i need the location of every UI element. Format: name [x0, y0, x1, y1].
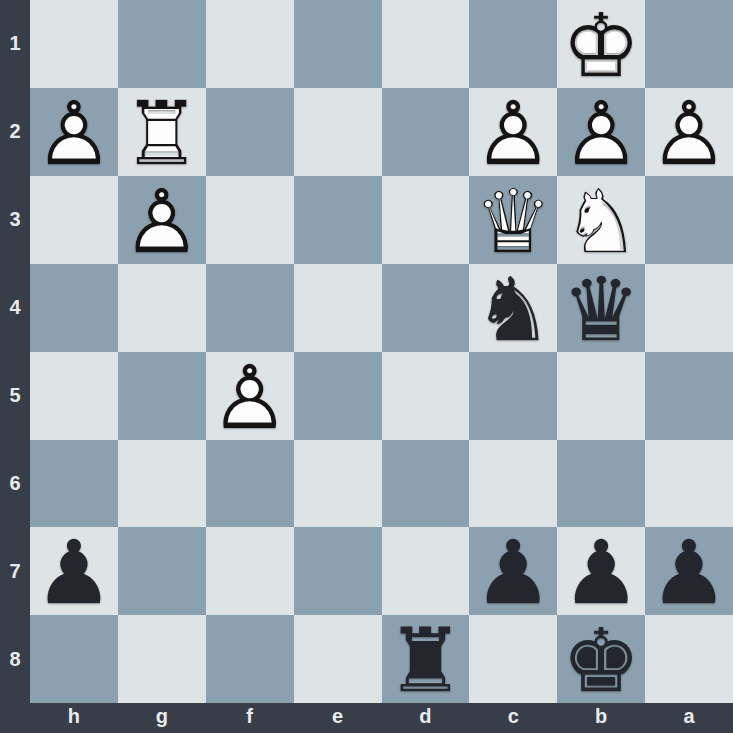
square-h8[interactable]: [30, 615, 118, 703]
square-f6[interactable]: [206, 440, 294, 527]
square-e3[interactable]: [294, 176, 382, 264]
square-d5[interactable]: [382, 352, 470, 440]
square-g6[interactable]: [118, 440, 206, 527]
rank-label-2: 2: [0, 88, 30, 176]
piece-black-pawn-c7[interactable]: ♟: [469, 529, 557, 617]
square-f8[interactable]: [206, 615, 294, 703]
square-d3[interactable]: [382, 176, 470, 264]
rank-label-6: 6: [0, 439, 30, 527]
square-c6[interactable]: [469, 440, 557, 527]
rank-label-3: 3: [0, 176, 30, 264]
piece-white-pawn-h2[interactable]: ♟♙: [30, 90, 118, 178]
piece-black-pawn-a7[interactable]: ♟: [645, 529, 733, 617]
square-g5[interactable]: [118, 352, 206, 440]
square-c3[interactable]: ♛♕: [469, 176, 557, 264]
rook-glyph-fill: ♜: [386, 617, 465, 705]
chess-board-diagram: 12345678 ♚♔♟♙♜♖♟♙♟♙♟♙♟♙♛♕♞♘♞♛♟♙♟♟♟♟♜♚ hg…: [0, 0, 733, 733]
square-a4[interactable]: [645, 264, 733, 352]
square-f1[interactable]: [206, 0, 294, 88]
piece-white-queen-c3[interactable]: ♛♕: [469, 178, 557, 266]
king-glyph-outline: ♔: [562, 2, 641, 90]
pawn-glyph-outline: ♙: [562, 90, 641, 178]
square-c2[interactable]: ♟♙: [469, 88, 557, 176]
square-e1[interactable]: [294, 0, 382, 88]
piece-black-rook-d8[interactable]: ♜: [382, 617, 470, 705]
chess-board[interactable]: ♚♔♟♙♜♖♟♙♟♙♟♙♟♙♛♕♞♘♞♛♟♙♟♟♟♟♜♚: [30, 0, 733, 703]
square-h1[interactable]: [30, 0, 118, 88]
square-h5[interactable]: [30, 352, 118, 440]
pawn-glyph-outline: ♙: [34, 90, 113, 178]
piece-white-pawn-b2[interactable]: ♟♙: [557, 90, 645, 178]
piece-black-pawn-b7[interactable]: ♟: [557, 529, 645, 617]
file-labels: hgfedcba: [30, 703, 733, 733]
square-b4[interactable]: ♛: [557, 264, 645, 352]
square-b7[interactable]: ♟: [557, 527, 645, 615]
piece-black-pawn-h7[interactable]: ♟: [30, 529, 118, 617]
piece-white-rook-g2[interactable]: ♜♖: [118, 90, 206, 178]
knight-glyph-fill: ♞: [474, 266, 553, 354]
square-h2[interactable]: ♟♙: [30, 88, 118, 176]
piece-white-pawn-a2[interactable]: ♟♙: [645, 90, 733, 178]
square-f3[interactable]: [206, 176, 294, 264]
square-b1[interactable]: ♚♔: [557, 0, 645, 88]
square-e8[interactable]: [294, 615, 382, 703]
rank-label-5: 5: [0, 352, 30, 440]
square-d8[interactable]: ♜: [382, 615, 470, 703]
queen-glyph-outline: ♕: [474, 178, 553, 266]
square-d4[interactable]: [382, 264, 470, 352]
piece-white-king-b1[interactable]: ♚♔: [557, 2, 645, 90]
square-e5[interactable]: [294, 352, 382, 440]
square-g3[interactable]: ♟♙: [118, 176, 206, 264]
file-label-a: a: [645, 703, 733, 733]
square-a3[interactable]: [645, 176, 733, 264]
square-e2[interactable]: [294, 88, 382, 176]
square-b3[interactable]: ♞♘: [557, 176, 645, 264]
square-a7[interactable]: ♟: [645, 527, 733, 615]
file-label-f: f: [206, 703, 294, 733]
square-a5[interactable]: [645, 352, 733, 440]
rank-label-7: 7: [0, 527, 30, 615]
pawn-glyph-outline: ♙: [122, 178, 201, 266]
square-c7[interactable]: ♟: [469, 527, 557, 615]
square-g7[interactable]: [118, 527, 206, 615]
square-c5[interactable]: [469, 352, 557, 440]
square-f5[interactable]: ♟♙: [206, 352, 294, 440]
file-label-b: b: [557, 703, 645, 733]
square-e7[interactable]: [294, 527, 382, 615]
square-d6[interactable]: [382, 440, 470, 527]
square-a1[interactable]: [645, 0, 733, 88]
rank-label-4: 4: [0, 264, 30, 352]
square-c1[interactable]: [469, 0, 557, 88]
square-d1[interactable]: [382, 0, 470, 88]
square-h3[interactable]: [30, 176, 118, 264]
square-g4[interactable]: [118, 264, 206, 352]
rank-labels: 12345678: [0, 0, 30, 703]
piece-black-knight-c4[interactable]: ♞: [469, 266, 557, 354]
square-g1[interactable]: [118, 0, 206, 88]
file-label-c: c: [469, 703, 557, 733]
pawn-glyph-outline: ♙: [210, 354, 289, 442]
file-label-e: e: [294, 703, 382, 733]
square-e6[interactable]: [294, 440, 382, 527]
pawn-glyph-fill: ♟: [34, 529, 113, 617]
piece-white-knight-b3[interactable]: ♞♘: [557, 178, 645, 266]
square-c8[interactable]: [469, 615, 557, 703]
pawn-glyph-outline: ♙: [650, 90, 729, 178]
rank-label-1: 1: [0, 0, 30, 88]
rook-glyph-outline: ♖: [122, 90, 201, 178]
square-a8[interactable]: [645, 615, 733, 703]
piece-black-queen-b4[interactable]: ♛: [557, 266, 645, 354]
file-label-d: d: [382, 703, 470, 733]
pawn-glyph-fill: ♟: [650, 529, 729, 617]
piece-black-king-b8[interactable]: ♚: [557, 617, 645, 705]
square-b8[interactable]: ♚: [557, 615, 645, 703]
square-f7[interactable]: [206, 527, 294, 615]
piece-white-pawn-g3[interactable]: ♟♙: [118, 178, 206, 266]
square-b6[interactable]: [557, 440, 645, 527]
square-f4[interactable]: [206, 264, 294, 352]
pawn-glyph-fill: ♟: [562, 529, 641, 617]
square-h6[interactable]: [30, 440, 118, 527]
square-b5[interactable]: [557, 352, 645, 440]
square-h4[interactable]: [30, 264, 118, 352]
piece-white-pawn-c2[interactable]: ♟♙: [469, 90, 557, 178]
square-d7[interactable]: [382, 527, 470, 615]
square-e4[interactable]: [294, 264, 382, 352]
pawn-glyph-fill: ♟: [474, 529, 553, 617]
queen-glyph-fill: ♛: [562, 266, 641, 354]
file-label-h: h: [30, 703, 118, 733]
square-f2[interactable]: [206, 88, 294, 176]
square-b2[interactable]: ♟♙: [557, 88, 645, 176]
square-g2[interactable]: ♜♖: [118, 88, 206, 176]
rank-label-8: 8: [0, 615, 30, 703]
knight-glyph-outline: ♘: [562, 178, 641, 266]
square-h7[interactable]: ♟: [30, 527, 118, 615]
square-g8[interactable]: [118, 615, 206, 703]
square-d2[interactable]: [382, 88, 470, 176]
square-a6[interactable]: [645, 440, 733, 527]
king-glyph-fill: ♚: [562, 617, 641, 705]
square-c4[interactable]: ♞: [469, 264, 557, 352]
square-a2[interactable]: ♟♙: [645, 88, 733, 176]
file-label-g: g: [118, 703, 206, 733]
pawn-glyph-outline: ♙: [474, 90, 553, 178]
piece-white-pawn-f5[interactable]: ♟♙: [206, 354, 294, 442]
